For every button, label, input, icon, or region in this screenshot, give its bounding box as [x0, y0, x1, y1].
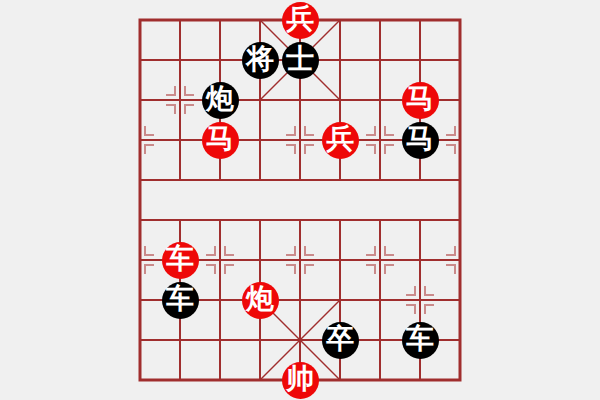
piece-black-general[interactable]: 将 [242, 42, 279, 79]
piece-black-chariot[interactable]: 车 [402, 322, 439, 359]
piece-glyph: 车 [166, 245, 194, 273]
piece-black-advisor[interactable]: 士 [282, 42, 319, 79]
piece-glyph: 炮 [206, 85, 234, 113]
piece-glyph: 帅 [286, 365, 314, 393]
piece-red-soldier[interactable]: 兵 [322, 122, 359, 159]
piece-red-horse[interactable]: 马 [402, 82, 439, 119]
piece-black-chariot[interactable]: 车 [162, 282, 199, 319]
piece-glyph: 将 [246, 45, 274, 73]
piece-black-soldier[interactable]: 卒 [322, 322, 359, 359]
piece-glyph: 车 [406, 325, 434, 353]
piece-glyph: 卒 [326, 325, 354, 353]
piece-glyph: 马 [406, 85, 434, 113]
xiangqi-diagram: 兵将士炮马马兵马车车炮卒车帅 [0, 0, 600, 400]
piece-glyph: 兵 [326, 125, 354, 153]
piece-glyph: 兵 [286, 5, 314, 33]
piece-glyph: 车 [166, 285, 194, 313]
piece-red-soldier[interactable]: 兵 [282, 2, 319, 39]
piece-red-cannon[interactable]: 炮 [242, 282, 279, 319]
piece-red-horse[interactable]: 马 [202, 122, 239, 159]
piece-glyph: 士 [286, 45, 314, 73]
piece-red-general[interactable]: 帅 [282, 362, 319, 399]
xiangqi-board: 兵将士炮马马兵马车车炮卒车帅 [120, 0, 480, 400]
piece-glyph: 马 [206, 125, 234, 153]
piece-black-cannon[interactable]: 炮 [202, 82, 239, 119]
piece-red-chariot[interactable]: 车 [162, 242, 199, 279]
piece-glyph: 炮 [246, 285, 274, 313]
piece-glyph: 马 [406, 125, 434, 153]
piece-black-horse[interactable]: 马 [402, 122, 439, 159]
